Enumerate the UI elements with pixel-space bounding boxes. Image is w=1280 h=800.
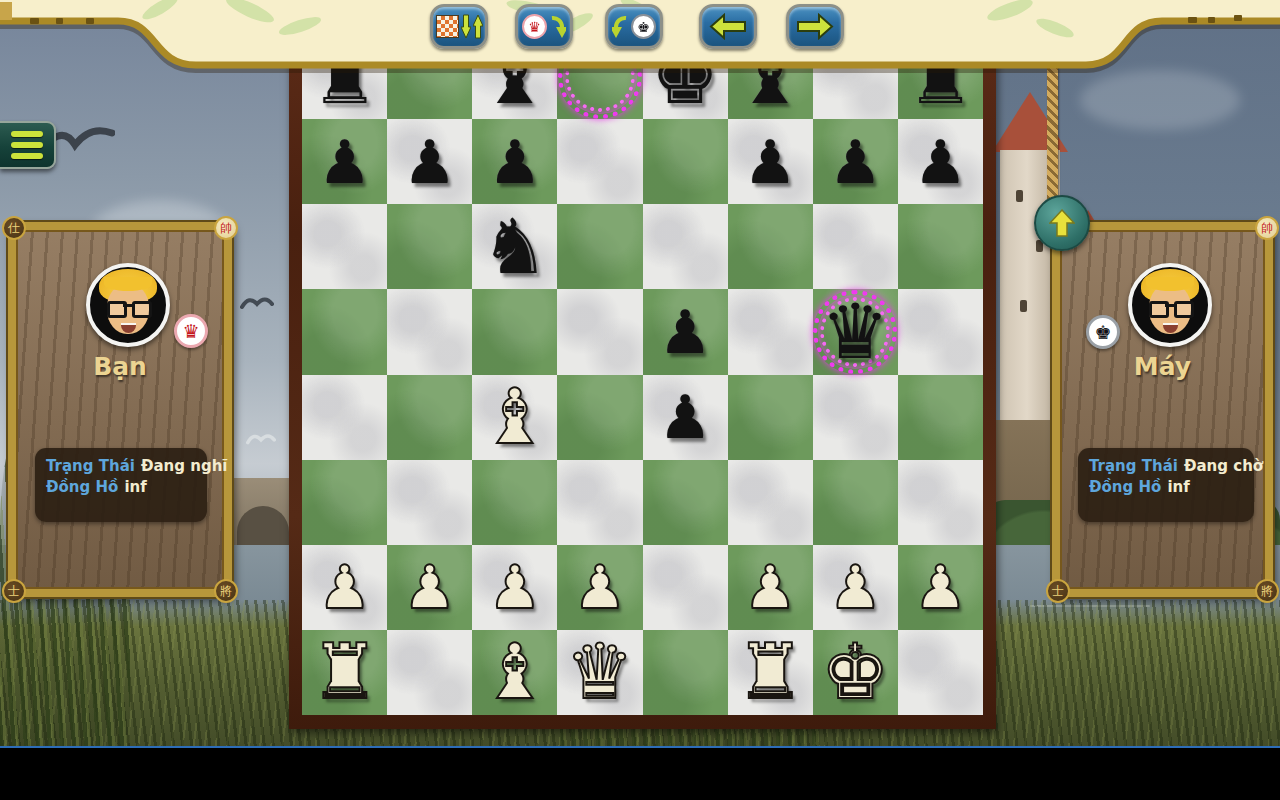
player-panel-right: 仕 帥 士 將 ♚ Máy Trạng Thái Đang chờ Đồng H… [1052, 222, 1273, 597]
prev-move-button[interactable] [699, 4, 757, 49]
square-d1[interactable]: ♛ [557, 630, 642, 715]
square-h2[interactable]: ♟ [898, 545, 983, 630]
white-rook-a1[interactable]: ♜ [310, 634, 378, 710]
clock-value: inf [1167, 478, 1189, 496]
square-c7[interactable]: ♟ [472, 119, 557, 204]
square-g7[interactable]: ♟ [813, 119, 898, 204]
black-pawn-g7[interactable]: ♟ [828, 132, 882, 192]
square-f6[interactable] [728, 204, 813, 289]
square-f3[interactable] [728, 460, 813, 545]
ornament-coin: 士 [1046, 579, 1070, 603]
ornament-coin: 帥 [1255, 216, 1279, 240]
square-c2[interactable]: ♟ [472, 545, 557, 630]
square-g6[interactable] [813, 204, 898, 289]
black-pawn-a7[interactable]: ♟ [318, 132, 372, 192]
square-h6[interactable] [898, 204, 983, 289]
square-b1[interactable] [387, 630, 472, 715]
chess-board[interactable]: ♜♝♚♝♜♟♟♟♟♟♟♞♟♛♝♟♟♟♟♟♟♟♟♜♝♛♜♚ [302, 34, 983, 715]
scroll-up-button[interactable] [1034, 195, 1090, 251]
white-bishop-c1[interactable]: ♝ [481, 634, 549, 710]
square-d3[interactable] [557, 460, 642, 545]
white-pawn-a2[interactable]: ♟ [318, 557, 372, 617]
square-b6[interactable] [387, 204, 472, 289]
ornament-coin: 士 [2, 579, 26, 603]
square-f1[interactable]: ♜ [728, 630, 813, 715]
square-a7[interactable]: ♟ [302, 119, 387, 204]
square-d4[interactable] [557, 375, 642, 460]
rotate-cw-arrow-icon [549, 14, 566, 40]
square-f5[interactable] [728, 289, 813, 374]
square-c4[interactable]: ♝ [472, 375, 557, 460]
up-arrow-icon [473, 14, 483, 39]
square-b2[interactable]: ♟ [387, 545, 472, 630]
square-g3[interactable] [813, 460, 898, 545]
player-name: Máy [1060, 352, 1265, 381]
square-c6[interactable]: ♞ [472, 204, 557, 289]
square-g1[interactable]: ♚ [813, 630, 898, 715]
black-pawn-b7[interactable]: ♟ [403, 132, 457, 192]
square-h4[interactable] [898, 375, 983, 460]
white-queen-d1[interactable]: ♛ [566, 634, 634, 710]
up-arrow-icon [1049, 208, 1075, 238]
hamburger-icon [11, 131, 43, 137]
down-arrow-icon [461, 14, 471, 39]
avatar[interactable] [86, 263, 170, 347]
chess-board-frame: ♜♝♚♝♜♟♟♟♟♟♟♞♟♛♝♟♟♟♟♟♟♟♟♜♝♛♜♚ [289, 20, 996, 729]
square-e6[interactable] [643, 204, 728, 289]
replay-black-button[interactable]: ♚ [605, 4, 663, 49]
replay-white-button[interactable]: ♛ [515, 4, 573, 49]
right-arrow-icon [796, 13, 834, 40]
player-name: Bạn [16, 352, 224, 381]
square-d5[interactable] [557, 289, 642, 374]
ornament-coin: 仕 [2, 216, 26, 240]
square-b7[interactable]: ♟ [387, 119, 472, 204]
red-crown-icon: ♛ [522, 14, 547, 39]
square-c3[interactable] [472, 460, 557, 545]
square-h3[interactable] [898, 460, 983, 545]
white-rook-f1[interactable]: ♜ [736, 634, 804, 710]
bird-icon [246, 430, 276, 448]
square-d6[interactable] [557, 204, 642, 289]
square-a4[interactable] [302, 375, 387, 460]
white-pawn-g2[interactable]: ♟ [828, 557, 882, 617]
square-a6[interactable] [302, 204, 387, 289]
white-pawn-h2[interactable]: ♟ [914, 557, 968, 617]
white-king-g1[interactable]: ♚ [821, 634, 889, 710]
status-box: Trạng Thái Đang nghĩ Đồng Hồ inf [35, 448, 207, 522]
square-h1[interactable] [898, 630, 983, 715]
square-g5[interactable]: ♛ [813, 289, 898, 374]
square-e1[interactable] [643, 630, 728, 715]
ornament-coin: 帥 [214, 216, 238, 240]
square-h7[interactable]: ♟ [898, 119, 983, 204]
square-f4[interactable] [728, 375, 813, 460]
black-pawn-h7[interactable]: ♟ [914, 132, 968, 192]
black-knight-c6[interactable]: ♞ [481, 209, 549, 285]
black-crown-icon: ♚ [631, 14, 656, 39]
black-pawn-c7[interactable]: ♟ [488, 132, 542, 192]
square-g2[interactable]: ♟ [813, 545, 898, 630]
game-screen: ♜♝♚♝♜♟♟♟♟♟♟♞♟♛♝♟♟♟♟♟♟♟♟♜♝♛♜♚ [0, 0, 1280, 800]
black-pawn-e4[interactable]: ♟ [658, 387, 712, 447]
square-e3[interactable] [643, 460, 728, 545]
white-pawn-c2[interactable]: ♟ [488, 557, 542, 617]
player-panel-left: 仕 帥 士 將 ♛ Bạn Trạng Thái Đang nghĩ Đồng … [8, 222, 232, 597]
status-label: Trạng Thái [1089, 457, 1178, 475]
square-e5[interactable]: ♟ [643, 289, 728, 374]
clock-value: inf [124, 478, 146, 496]
square-e4[interactable]: ♟ [643, 375, 728, 460]
square-b4[interactable] [387, 375, 472, 460]
status-value: Đang chờ [1184, 457, 1263, 475]
white-side-crown-badge: ♛ [174, 314, 208, 348]
black-queen-g5[interactable]: ♛ [821, 294, 889, 370]
white-pawn-b2[interactable]: ♟ [403, 557, 457, 617]
square-e7[interactable] [643, 119, 728, 204]
white-pawn-f2[interactable]: ♟ [743, 557, 797, 617]
black-pawn-e5[interactable]: ♟ [658, 302, 712, 362]
ornament-coin: 將 [214, 579, 238, 603]
square-h5[interactable] [898, 289, 983, 374]
left-arrow-icon [709, 13, 747, 40]
flip-board-button[interactable] [430, 4, 488, 49]
square-a2[interactable]: ♟ [302, 545, 387, 630]
square-b3[interactable] [387, 460, 472, 545]
status-label: Trạng Thái [46, 457, 135, 475]
ornament-coin: 將 [1255, 579, 1279, 603]
rotate-ccw-arrow-icon [612, 14, 629, 40]
bottom-bar [0, 746, 1280, 800]
square-b5[interactable] [387, 289, 472, 374]
square-d2[interactable]: ♟ [557, 545, 642, 630]
clock-label: Đồng Hồ [1089, 478, 1161, 496]
square-c5[interactable] [472, 289, 557, 374]
next-move-button[interactable] [786, 4, 844, 49]
square-f7[interactable]: ♟ [728, 119, 813, 204]
rope [1047, 62, 1058, 204]
status-value: Đang nghĩ [141, 457, 228, 475]
black-pawn-f7[interactable]: ♟ [743, 132, 797, 192]
menu-button[interactable] [0, 121, 56, 169]
square-a5[interactable] [302, 289, 387, 374]
square-d7[interactable] [557, 119, 642, 204]
square-e2[interactable] [643, 545, 728, 630]
clock-label: Đồng Hồ [46, 478, 118, 496]
square-f2[interactable]: ♟ [728, 545, 813, 630]
checkerboard-icon [436, 15, 459, 38]
avatar[interactable] [1128, 263, 1212, 347]
bird-icon [240, 293, 274, 313]
square-g4[interactable] [813, 375, 898, 460]
square-a3[interactable] [302, 460, 387, 545]
square-c1[interactable]: ♝ [472, 630, 557, 715]
black-side-crown-badge: ♚ [1086, 315, 1120, 349]
white-bishop-c4[interactable]: ♝ [481, 379, 549, 455]
status-box: Trạng Thái Đang chờ Đồng Hồ inf [1078, 448, 1254, 522]
white-pawn-d2[interactable]: ♟ [573, 557, 627, 617]
square-a1[interactable]: ♜ [302, 630, 387, 715]
